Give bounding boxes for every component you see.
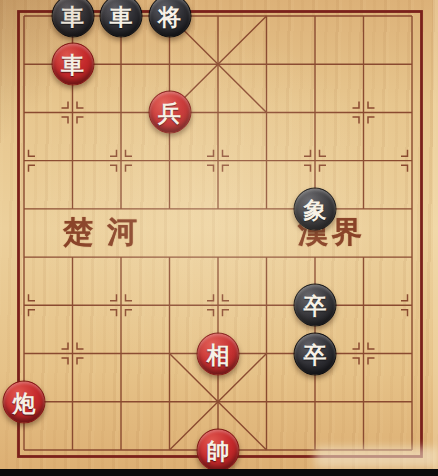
piece-character: 帥 — [207, 429, 230, 470]
piece-character: 象 — [304, 188, 327, 229]
piece-character: 車 — [110, 0, 133, 37]
piece-red-soldier[interactable]: 兵 — [148, 91, 191, 134]
xiangqi-board-screenshot: 楚河 漢界 車車将車兵象卒相卒炮帥 — [0, 0, 438, 476]
piece-character: 相 — [207, 333, 230, 374]
piece-black-soldier-a[interactable]: 卒 — [294, 284, 337, 327]
piece-red-chariot[interactable]: 車 — [51, 43, 94, 86]
piece-character: 車 — [61, 0, 84, 37]
bottom-bar — [0, 469, 438, 476]
piece-character: 卒 — [304, 285, 327, 326]
piece-character: 車 — [61, 44, 84, 85]
piece-character: 卒 — [304, 333, 327, 374]
piece-red-elephant[interactable]: 相 — [197, 332, 240, 375]
piece-character: 兵 — [158, 92, 181, 133]
piece-red-general[interactable]: 帥 — [197, 428, 240, 471]
piece-character: 将 — [158, 0, 181, 37]
blurred-watermark — [315, 447, 438, 468]
piece-red-cannon[interactable]: 炮 — [3, 380, 46, 423]
river-label-chu-he: 楚河 — [63, 216, 151, 248]
right-edge-highlight — [433, 0, 438, 469]
piece-character: 炮 — [13, 381, 36, 422]
piece-black-elephant[interactable]: 象 — [294, 187, 337, 230]
piece-black-soldier-b[interactable]: 卒 — [294, 332, 337, 375]
